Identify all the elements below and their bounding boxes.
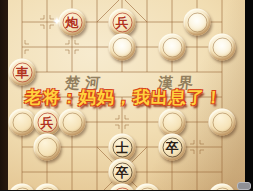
piece-ring [12,187,32,190]
piece-character: 兵 [109,9,136,36]
piece-character: 兵 [34,109,61,136]
piece-hidden[interactable] [159,109,186,136]
piece-red-cannon[interactable]: 炮 [59,9,86,36]
piece-ring [37,137,57,157]
chat-banner-message: 老将：妈妈，我出息了！ [24,86,224,109]
ui-corner-button[interactable] [237,182,251,190]
piece-hidden[interactable] [59,109,86,136]
piece-black-pawn[interactable]: 卒 [159,134,186,161]
piece-ring [12,112,32,132]
piece-hidden[interactable] [209,34,236,61]
piece-ring [162,37,182,57]
piece-ring [212,112,232,132]
piece-character: 炮 [59,9,86,36]
piece-black-pawn[interactable]: 卒 [109,159,136,186]
piece-red-rook[interactable]: 車 [9,59,36,86]
right-bezel [245,0,253,190]
piece-black-advisor[interactable]: 士 [109,134,136,161]
piece-hidden[interactable] [159,34,186,61]
piece-ring [162,112,182,132]
piece-red-pawn[interactable]: 兵 [109,9,136,36]
piece-hidden[interactable] [34,134,61,161]
piece-hidden[interactable] [109,34,136,61]
piece-red-general[interactable]: 帥 [109,184,136,191]
piece-character: 士 [109,134,136,161]
piece-character: 車 [9,59,36,86]
game-screen: 楚河 漢界 炮兵車兵士卒卒帥 ✦ 老将：妈妈，我出息了！ [0,0,253,190]
piece-ring [137,187,157,190]
piece-ring [62,112,82,132]
piece-hidden[interactable] [9,109,36,136]
piece-ring [212,37,232,57]
piece-character: 卒 [109,159,136,186]
left-bezel [0,0,8,190]
piece-character: 卒 [159,134,186,161]
piece-red-pawn[interactable]: 兵 [34,109,61,136]
piece-hidden[interactable] [209,109,236,136]
piece-ring [187,12,207,32]
piece-hidden[interactable] [184,9,211,36]
piece-ring [112,37,132,57]
piece-ring [37,187,57,190]
sparkle-effect-icon: ✦ [52,15,61,28]
piece-ring [212,187,232,190]
piece-character: 帥 [109,184,136,191]
